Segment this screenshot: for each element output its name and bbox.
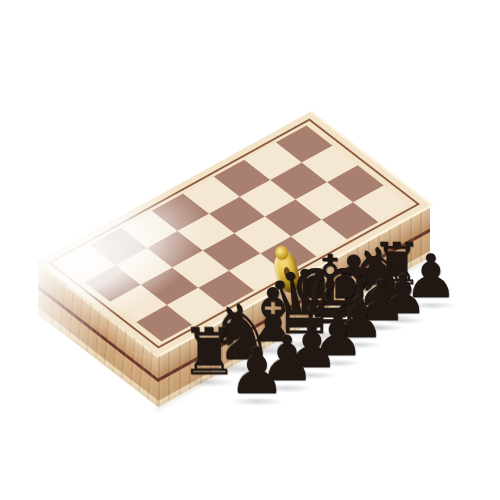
pawn-glyph: ♟ bbox=[228, 334, 285, 408]
piece-dark-pawn: ♟ bbox=[228, 339, 285, 403]
product-photo-chess-set[interactable]: ♜ ♞ ♝ ♛ ♚ ♝ ♞ ♜ ♟ ♟ ♟ ♟ ♟ ♟ ♟ ♟ bbox=[0, 0, 500, 500]
